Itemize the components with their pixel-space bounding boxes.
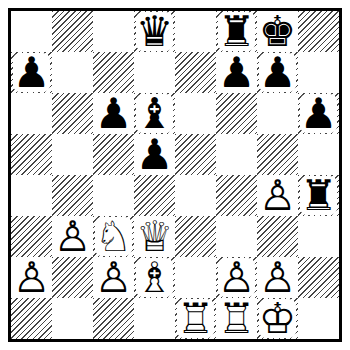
square-d2[interactable]: ♗ bbox=[134, 257, 175, 298]
square-b7[interactable] bbox=[52, 52, 93, 93]
square-f2[interactable]: ♙ bbox=[216, 257, 257, 298]
square-c5[interactable] bbox=[93, 134, 134, 175]
white-king-g1[interactable]: ♔ bbox=[259, 299, 296, 338]
square-d3[interactable]: ♕ bbox=[134, 216, 175, 257]
square-d7[interactable] bbox=[134, 52, 175, 93]
square-b4[interactable] bbox=[52, 175, 93, 216]
square-f1[interactable]: ♖ bbox=[216, 298, 257, 339]
square-b5[interactable] bbox=[52, 134, 93, 175]
black-king-g8[interactable]: ♚ bbox=[259, 12, 296, 51]
square-e3[interactable] bbox=[175, 216, 216, 257]
square-f6[interactable] bbox=[216, 93, 257, 134]
square-a8[interactable] bbox=[11, 11, 52, 52]
square-h6[interactable]: ♟ bbox=[298, 93, 339, 134]
square-e4[interactable] bbox=[175, 175, 216, 216]
square-a2[interactable]: ♙ bbox=[11, 257, 52, 298]
square-g4[interactable]: ♙ bbox=[257, 175, 298, 216]
square-b8[interactable] bbox=[52, 11, 93, 52]
square-f7[interactable]: ♟ bbox=[216, 52, 257, 93]
square-e5[interactable] bbox=[175, 134, 216, 175]
square-h4[interactable]: ♜ bbox=[298, 175, 339, 216]
square-e2[interactable] bbox=[175, 257, 216, 298]
square-a3[interactable] bbox=[11, 216, 52, 257]
square-e6[interactable] bbox=[175, 93, 216, 134]
square-h7[interactable] bbox=[298, 52, 339, 93]
square-g7[interactable]: ♟ bbox=[257, 52, 298, 93]
black-pawn-d5[interactable]: ♟ bbox=[136, 135, 173, 174]
square-d8[interactable]: ♛ bbox=[134, 11, 175, 52]
white-pawn-f2[interactable]: ♙ bbox=[218, 258, 255, 297]
white-knight-c3[interactable]: ♘ bbox=[95, 217, 132, 256]
square-a7[interactable]: ♟ bbox=[11, 52, 52, 93]
square-h1[interactable] bbox=[298, 298, 339, 339]
square-c1[interactable] bbox=[93, 298, 134, 339]
square-a5[interactable] bbox=[11, 134, 52, 175]
square-d1[interactable] bbox=[134, 298, 175, 339]
square-g1[interactable]: ♔ bbox=[257, 298, 298, 339]
square-d5[interactable]: ♟ bbox=[134, 134, 175, 175]
black-queen-d8[interactable]: ♛ bbox=[136, 12, 173, 51]
black-pawn-f7[interactable]: ♟ bbox=[218, 53, 255, 92]
black-bishop-d6[interactable]: ♝ bbox=[136, 94, 173, 133]
black-pawn-g7[interactable]: ♟ bbox=[259, 53, 296, 92]
square-f8[interactable]: ♜ bbox=[216, 11, 257, 52]
square-e8[interactable] bbox=[175, 11, 216, 52]
square-h3[interactable] bbox=[298, 216, 339, 257]
square-c3[interactable]: ♘ bbox=[93, 216, 134, 257]
square-c6[interactable]: ♟ bbox=[93, 93, 134, 134]
square-d6[interactable]: ♝ bbox=[134, 93, 175, 134]
square-c8[interactable] bbox=[93, 11, 134, 52]
black-pawn-c6[interactable]: ♟ bbox=[95, 94, 132, 133]
square-e7[interactable] bbox=[175, 52, 216, 93]
white-pawn-c2[interactable]: ♙ bbox=[95, 258, 132, 297]
square-a1[interactable] bbox=[11, 298, 52, 339]
square-f4[interactable] bbox=[216, 175, 257, 216]
white-queen-d3[interactable]: ♕ bbox=[136, 217, 173, 256]
black-rook-h4[interactable]: ♜ bbox=[300, 176, 337, 215]
square-e1[interactable]: ♖ bbox=[175, 298, 216, 339]
white-bishop-d2[interactable]: ♗ bbox=[136, 258, 173, 297]
black-pawn-h6[interactable]: ♟ bbox=[300, 94, 337, 133]
square-g3[interactable] bbox=[257, 216, 298, 257]
square-h2[interactable] bbox=[298, 257, 339, 298]
square-g2[interactable]: ♙ bbox=[257, 257, 298, 298]
square-d4[interactable] bbox=[134, 175, 175, 216]
square-b2[interactable] bbox=[52, 257, 93, 298]
black-rook-f8[interactable]: ♜ bbox=[218, 12, 255, 51]
square-b3[interactable]: ♙ bbox=[52, 216, 93, 257]
black-pawn-a7[interactable]: ♟ bbox=[13, 53, 50, 92]
chess-board: ♛♜♚♟♟♟♟♝♟♟♙♜♙♘♕♙♙♗♙♙♖♖♔ bbox=[8, 8, 342, 342]
square-b6[interactable] bbox=[52, 93, 93, 134]
square-g5[interactable] bbox=[257, 134, 298, 175]
square-h8[interactable] bbox=[298, 11, 339, 52]
square-g8[interactable]: ♚ bbox=[257, 11, 298, 52]
square-a6[interactable] bbox=[11, 93, 52, 134]
square-c7[interactable] bbox=[93, 52, 134, 93]
white-pawn-g2[interactable]: ♙ bbox=[259, 258, 296, 297]
white-rook-e1[interactable]: ♖ bbox=[177, 299, 214, 338]
square-f5[interactable] bbox=[216, 134, 257, 175]
white-rook-f1[interactable]: ♖ bbox=[218, 299, 255, 338]
square-c2[interactable]: ♙ bbox=[93, 257, 134, 298]
white-pawn-b3[interactable]: ♙ bbox=[54, 217, 91, 256]
square-b1[interactable] bbox=[52, 298, 93, 339]
white-pawn-a2[interactable]: ♙ bbox=[13, 258, 50, 297]
square-c4[interactable] bbox=[93, 175, 134, 216]
square-f3[interactable] bbox=[216, 216, 257, 257]
white-pawn-g4[interactable]: ♙ bbox=[259, 176, 296, 215]
square-h5[interactable] bbox=[298, 134, 339, 175]
square-g6[interactable] bbox=[257, 93, 298, 134]
square-a4[interactable] bbox=[11, 175, 52, 216]
